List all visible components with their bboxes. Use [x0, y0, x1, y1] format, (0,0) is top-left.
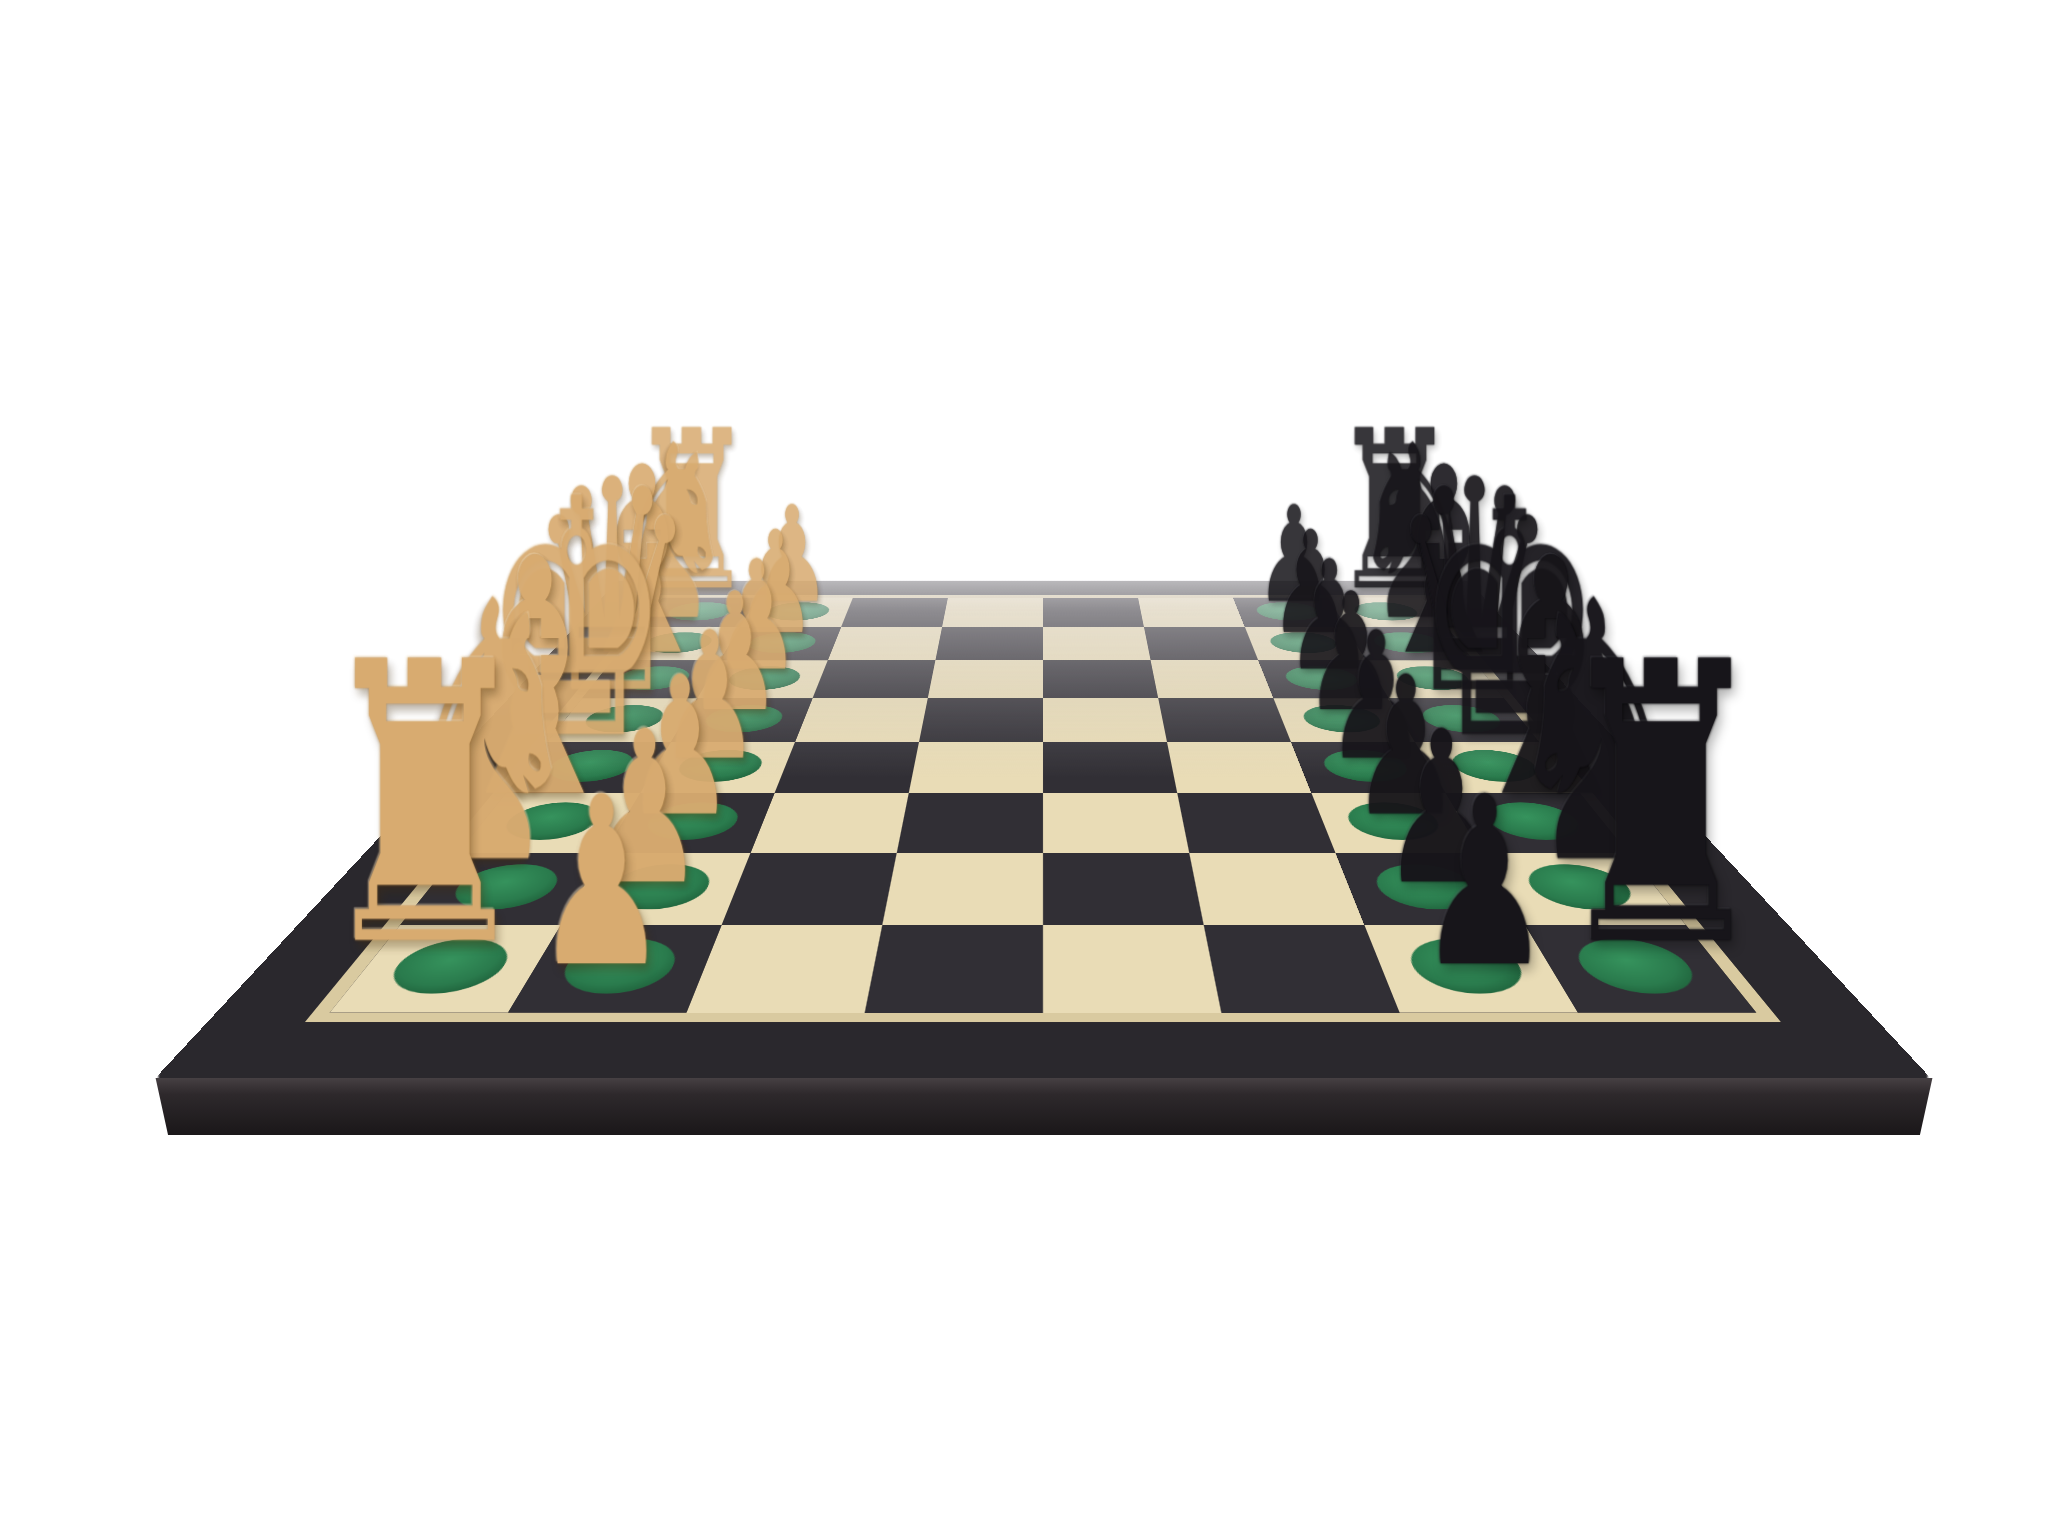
square-c6[interactable] — [1151, 660, 1274, 698]
square-f5[interactable] — [1043, 793, 1189, 853]
playing-area: ♜♟♟♜♞♟♟♞♝♟♟♝♛♟♟♛♚♟♟♚♝♟♟♝♞♟♟♞♜♟♟♜ — [330, 598, 1756, 1013]
square-f3[interactable] — [750, 793, 908, 853]
square-e4[interactable] — [909, 742, 1043, 793]
square-d6[interactable] — [1158, 698, 1291, 742]
square-c5[interactable] — [1043, 660, 1158, 698]
square-d3[interactable] — [795, 698, 928, 742]
white-pawn: ♟ — [534, 766, 668, 999]
square-c3[interactable] — [813, 660, 936, 698]
black-rook: ♜ — [1550, 613, 1772, 999]
square-b5[interactable] — [1043, 627, 1151, 660]
board-front-face — [152, 1078, 1936, 1135]
square-e6[interactable] — [1167, 742, 1311, 793]
square-g5[interactable] — [1043, 853, 1204, 925]
black-pawn: ♟ — [1418, 766, 1552, 999]
square-a4[interactable] — [942, 598, 1043, 627]
square-a3[interactable] — [841, 598, 948, 627]
white-rook: ♜ — [314, 613, 536, 999]
square-c4[interactable] — [928, 660, 1043, 698]
square-b4[interactable] — [935, 627, 1043, 660]
square-g3[interactable] — [722, 853, 897, 925]
square-d5[interactable] — [1043, 698, 1167, 742]
square-e3[interactable] — [775, 742, 919, 793]
square-d4[interactable] — [919, 698, 1043, 742]
chess-board: ♜♟♟♜♞♟♟♞♝♟♟♝♛♟♟♛♚♟♟♚♝♟♟♝♞♟♟♞♜♟♟♜ — [154, 581, 1931, 1079]
square-b6[interactable] — [1144, 627, 1258, 660]
square-b3[interactable] — [828, 627, 942, 660]
square-g4[interactable] — [882, 853, 1043, 925]
square-f6[interactable] — [1177, 793, 1335, 853]
square-a6[interactable] — [1138, 598, 1245, 627]
square-h3[interactable] — [686, 925, 882, 1013]
square-h7[interactable]: ♟ — [1364, 925, 1577, 1013]
square-h2[interactable]: ♟ — [508, 925, 721, 1013]
square-h1[interactable]: ♜ — [330, 925, 561, 1013]
square-a5[interactable] — [1043, 598, 1144, 627]
square-h4[interactable] — [865, 925, 1043, 1013]
square-e5[interactable] — [1043, 742, 1177, 793]
square-h8[interactable]: ♜ — [1525, 925, 1756, 1013]
board-3d-scene: ♜♟♟♜♞♟♟♞♝♟♟♝♛♟♟♛♚♟♟♚♝♟♟♝♞♟♟♞♜♟♟♜ — [468, 167, 1618, 1317]
square-f4[interactable] — [897, 793, 1043, 853]
square-g6[interactable] — [1189, 853, 1364, 925]
square-h5[interactable] — [1043, 925, 1221, 1013]
product-photo-canvas: ♜♟♟♜♞♟♟♞♝♟♟♝♛♟♟♛♚♟♟♚♝♟♟♝♞♟♟♞♜♟♟♜ — [0, 0, 2048, 1535]
